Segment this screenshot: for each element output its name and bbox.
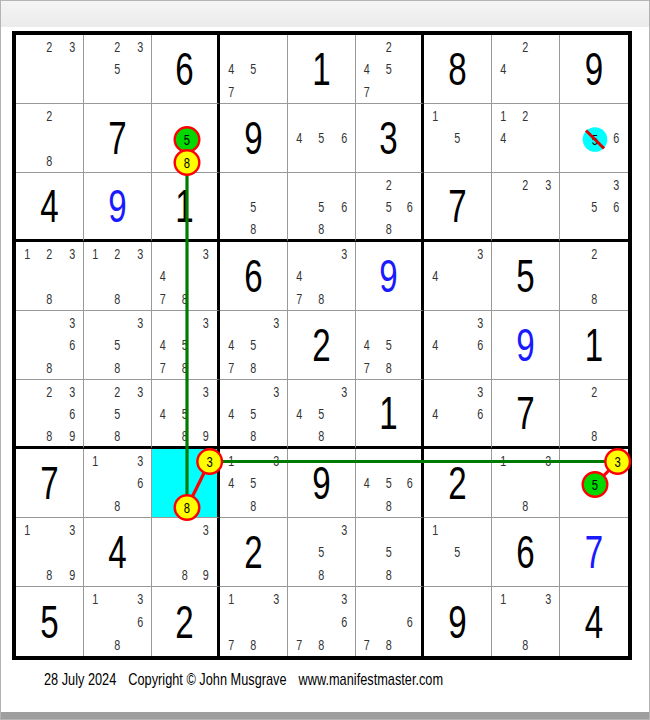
cell-r3c9[interactable]: 356 xyxy=(560,173,628,242)
cell-r7c3[interactable]: 38 xyxy=(152,449,220,518)
given-digit: 4 xyxy=(570,587,619,656)
candidate-digit: 8 xyxy=(177,149,193,172)
candidate-digit: 3 xyxy=(609,173,625,195)
cell-r4c5[interactable]: 3478 xyxy=(288,242,356,311)
cell-r2c4[interactable]: 9 xyxy=(220,104,288,173)
candidate-digit: 8 xyxy=(109,287,125,310)
given-digit: 2 xyxy=(229,518,277,586)
candidate-digit: 3 xyxy=(268,380,284,402)
candidate-digit: 2 xyxy=(109,380,125,402)
candidate-digit: 6 xyxy=(64,402,80,424)
candidates: 1238 xyxy=(16,242,83,310)
given-digit: 4 xyxy=(25,173,73,239)
cell-r4c4[interactable]: 6 xyxy=(220,242,288,311)
cell-r5c8[interactable]: 9 xyxy=(492,311,560,380)
candidate-digit: 8 xyxy=(313,633,329,656)
candidate-digit: 5 xyxy=(245,195,261,217)
given-digit: 8 xyxy=(433,35,481,103)
candidate-digit: 3 xyxy=(540,173,556,195)
candidates: 346 xyxy=(424,380,491,446)
candidates: 56 xyxy=(560,104,628,172)
cell-r6c9[interactable]: 28 xyxy=(560,380,628,449)
given-digit: 6 xyxy=(161,35,208,103)
cell-r5c7[interactable]: 346 xyxy=(424,311,492,380)
candidate-digit: 8 xyxy=(381,563,397,586)
candidate-digit: 4 xyxy=(427,334,443,357)
bottom-scrollbar[interactable] xyxy=(1,712,649,719)
cell-r7c4[interactable]: 13458 xyxy=(220,449,288,518)
candidate-digit: 5 xyxy=(381,334,397,357)
candidate-digit: 8 xyxy=(109,356,125,379)
cell-r6c5[interactable]: 3458 xyxy=(288,380,356,449)
cell-r6c8[interactable]: 7 xyxy=(492,380,560,449)
candidate-digit: 7 xyxy=(223,356,239,379)
cell-r4c3[interactable]: 3478 xyxy=(152,242,220,311)
solved-digit: 9 xyxy=(93,173,141,239)
candidate-digit: 7 xyxy=(155,356,171,379)
sudoku-app-window: 2323564571245782492875894563151245649158… xyxy=(0,0,650,720)
candidate-digit: 5 xyxy=(586,127,602,150)
candidate-digit: 7 xyxy=(155,287,171,310)
candidate-digit: 3 xyxy=(64,242,80,265)
candidates: 568 xyxy=(288,173,355,239)
cell-r3c3[interactable]: 1 xyxy=(152,173,220,242)
footer-copyright: Copyright © John Musgrave xyxy=(128,670,286,690)
candidate-digit: 1 xyxy=(87,242,103,265)
given-digit: 2 xyxy=(161,587,208,656)
cell-r2c7[interactable]: 15 xyxy=(424,104,492,173)
candidate-digit: 8 xyxy=(381,356,397,379)
candidates: 356 xyxy=(560,173,628,239)
candidates: 138 xyxy=(492,449,559,517)
candidate-digit: 1 xyxy=(19,242,35,265)
candidate-digit: 6 xyxy=(336,127,352,150)
cell-r4c8[interactable]: 5 xyxy=(492,242,560,311)
cell-r1c9[interactable]: 9 xyxy=(560,35,628,104)
candidate-digit: 6 xyxy=(132,610,148,633)
candidate-digit: 3 xyxy=(64,35,80,58)
cell-r3c5[interactable]: 568 xyxy=(288,173,356,242)
candidate-digit: 1 xyxy=(495,449,511,472)
candidate-digit: 5 xyxy=(381,472,397,495)
cell-r2c6[interactable]: 3 xyxy=(356,104,424,173)
cell-r9c4[interactable]: 1378 xyxy=(220,587,288,656)
candidate-digit: 6 xyxy=(336,195,352,217)
candidate-digit: 3 xyxy=(198,311,214,334)
candidates: 2457 xyxy=(356,35,421,103)
candidate-digit: 9 xyxy=(64,563,80,586)
candidates: 1368 xyxy=(84,587,151,656)
candidate-digit: 6 xyxy=(64,334,80,357)
cell-r8c4[interactable]: 2 xyxy=(220,518,288,587)
cell-r5c1[interactable]: 368 xyxy=(16,311,84,380)
sudoku-board[interactable]: 2323564571245782492875894563151245649158… xyxy=(12,31,632,660)
cell-r6c6[interactable]: 1 xyxy=(356,380,424,449)
given-digit: 7 xyxy=(433,173,481,239)
candidates: 28 xyxy=(560,380,628,446)
candidate-digit: 2 xyxy=(41,104,57,127)
given-digit: 9 xyxy=(570,35,619,103)
candidate-digit: 8 xyxy=(381,633,397,656)
candidate-digit: 3 xyxy=(268,311,284,334)
cell-r3c6[interactable]: 2568 xyxy=(356,173,424,242)
candidate-digit: 5 xyxy=(109,402,125,424)
given-digit: 3 xyxy=(365,104,412,172)
candidate-digit: 3 xyxy=(609,449,625,472)
candidate-digit: 8 xyxy=(517,494,533,517)
cell-r7c2[interactable]: 1368 xyxy=(84,449,152,518)
candidates: 1238 xyxy=(84,242,151,310)
candidate-digit: 8 xyxy=(586,287,602,310)
candidate-digit: 4 xyxy=(359,472,375,495)
cell-r5c2[interactable]: 358 xyxy=(84,311,152,380)
cell-r8c1[interactable]: 1389 xyxy=(16,518,84,587)
cell-r7c1[interactable]: 7 xyxy=(16,449,84,518)
candidate-digit: 4 xyxy=(223,472,239,495)
cell-r8c8[interactable]: 6 xyxy=(492,518,560,587)
candidates: 4578 xyxy=(356,311,421,379)
candidate-digit: 9 xyxy=(64,424,80,446)
candidate-digit: 5 xyxy=(245,58,261,81)
cell-r4c9[interactable]: 28 xyxy=(560,242,628,311)
candidate-digit: 2 xyxy=(517,104,533,127)
given-digit: 7 xyxy=(501,380,549,446)
candidate-digit: 8 xyxy=(381,494,397,517)
candidate-digit: 8 xyxy=(177,494,193,517)
candidate-digit: 8 xyxy=(313,287,329,310)
cell-r9c6[interactable]: 678 xyxy=(356,587,424,656)
candidate-digit: 3 xyxy=(336,587,352,610)
candidate-digit: 4 xyxy=(291,265,307,288)
candidate-digit: 8 xyxy=(313,563,329,586)
candidate-digit: 7 xyxy=(223,633,239,656)
cell-r1c7[interactable]: 8 xyxy=(424,35,492,104)
candidate-digit: 3 xyxy=(268,449,284,472)
candidate-digit: 6 xyxy=(402,472,418,495)
candidate-digit: 3 xyxy=(336,242,352,265)
cell-r6c4[interactable]: 3458 xyxy=(220,380,288,449)
cell-r8c5[interactable]: 358 xyxy=(288,518,356,587)
candidate-digit: 3 xyxy=(132,449,148,472)
candidate-digit: 7 xyxy=(359,356,375,379)
cell-r7c7[interactable]: 2 xyxy=(424,449,492,518)
candidates: 58 xyxy=(356,518,421,586)
given-digit: 7 xyxy=(25,449,73,517)
candidate-digit: 2 xyxy=(41,380,57,402)
candidate-digit: 5 xyxy=(245,334,261,357)
candidate-digit: 3 xyxy=(132,380,148,402)
candidates: 1368 xyxy=(84,449,151,517)
cell-r6c1[interactable]: 23689 xyxy=(16,380,84,449)
candidates: 24 xyxy=(492,35,559,103)
cell-r3c2[interactable]: 9 xyxy=(84,173,152,242)
cell-r7c9[interactable]: 35 xyxy=(560,449,628,518)
candidate-digit: 4 xyxy=(291,402,307,424)
candidate-digit: 1 xyxy=(427,518,443,541)
candidate-digit: 6 xyxy=(132,472,148,495)
candidate-digit: 2 xyxy=(381,173,397,195)
candidates: 28 xyxy=(16,104,83,172)
candidate-digit: 1 xyxy=(495,104,511,127)
candidate-digit: 5 xyxy=(313,402,329,424)
candidate-digit: 8 xyxy=(109,494,125,517)
candidate-digit: 6 xyxy=(472,402,488,424)
candidate-digit: 4 xyxy=(223,402,239,424)
candidate-digit: 3 xyxy=(132,587,148,610)
candidate-digit: 3 xyxy=(336,518,352,541)
cell-r2c9[interactable]: 56 xyxy=(560,104,628,173)
candidate-digit: 8 xyxy=(313,424,329,446)
cell-r4c7[interactable]: 34 xyxy=(424,242,492,311)
candidates: 3478 xyxy=(152,242,217,310)
given-digit: 6 xyxy=(229,242,277,310)
cell-r3c1[interactable]: 4 xyxy=(16,173,84,242)
footer: 28 July 2024 Copyright © John Musgrave w… xyxy=(44,670,443,690)
candidates: 23689 xyxy=(16,380,83,446)
cell-r5c6[interactable]: 4578 xyxy=(356,311,424,380)
cell-r2c3[interactable]: 58 xyxy=(152,104,220,173)
candidate-digit: 2 xyxy=(109,35,125,58)
candidates: 678 xyxy=(356,587,421,656)
candidate-digit: 9 xyxy=(198,424,214,446)
cell-r6c7[interactable]: 346 xyxy=(424,380,492,449)
candidate-digit: 2 xyxy=(586,242,602,265)
candidate-digit: 6 xyxy=(402,610,418,633)
candidate-digit: 8 xyxy=(245,494,261,517)
candidate-digit: 1 xyxy=(223,587,239,610)
cell-r8c7[interactable]: 15 xyxy=(424,518,492,587)
candidate-digit: 6 xyxy=(609,127,625,150)
candidate-digit: 8 xyxy=(245,356,261,379)
cell-r7c6[interactable]: 4568 xyxy=(356,449,424,518)
candidates: 34578 xyxy=(152,311,217,379)
footer-date: 28 July 2024 xyxy=(44,670,116,690)
candidate-digit: 1 xyxy=(19,518,35,541)
candidate-digit: 8 xyxy=(41,356,57,379)
candidate-digit: 2 xyxy=(41,35,57,58)
candidate-digit: 2 xyxy=(109,242,125,265)
cell-r5c4[interactable]: 34578 xyxy=(220,311,288,380)
candidate-digit: 3 xyxy=(540,587,556,610)
cell-r5c3[interactable]: 34578 xyxy=(152,311,220,380)
cell-r1c1[interactable]: 23 xyxy=(16,35,84,104)
candidate-digit: 5 xyxy=(109,334,125,357)
candidates: 124 xyxy=(492,104,559,172)
candidates: 138 xyxy=(492,587,559,656)
candidates: 23 xyxy=(16,35,83,103)
candidate-digit: 4 xyxy=(427,402,443,424)
candidates: 13458 xyxy=(220,449,287,517)
cell-r7c5[interactable]: 9 xyxy=(288,449,356,518)
candidates: 58 xyxy=(152,104,217,172)
cell-r4c2[interactable]: 1238 xyxy=(84,242,152,311)
candidates: 2568 xyxy=(356,173,421,239)
cell-r1c6[interactable]: 2457 xyxy=(356,35,424,104)
cell-r1c8[interactable]: 24 xyxy=(492,35,560,104)
candidates: 389 xyxy=(152,518,217,586)
cell-r8c3[interactable]: 389 xyxy=(152,518,220,587)
given-digit: 1 xyxy=(297,35,345,103)
candidates: 15 xyxy=(424,518,491,586)
candidate-digit: 3 xyxy=(64,518,80,541)
candidate-digit: 5 xyxy=(177,334,193,357)
candidate-digit: 4 xyxy=(155,402,171,424)
candidate-digit: 3 xyxy=(64,380,80,402)
candidate-digit: 3 xyxy=(472,242,488,265)
cell-r8c6[interactable]: 58 xyxy=(356,518,424,587)
top-band xyxy=(1,1,649,27)
cell-r9c9[interactable]: 4 xyxy=(560,587,628,656)
candidates: 456 xyxy=(288,104,355,172)
candidate-digit: 8 xyxy=(245,633,261,656)
candidate-digit: 2 xyxy=(517,35,533,58)
candidate-digit: 8 xyxy=(381,217,397,239)
given-digit: 1 xyxy=(570,311,619,379)
candidates: 1389 xyxy=(16,518,83,586)
candidate-digit: 5 xyxy=(586,472,602,495)
given-digit: 4 xyxy=(93,518,141,586)
candidate-digit: 5 xyxy=(245,402,261,424)
given-digit: 2 xyxy=(297,311,345,379)
cell-r8c2[interactable]: 4 xyxy=(84,518,152,587)
candidate-digit: 5 xyxy=(109,58,125,81)
cell-r1c5[interactable]: 1 xyxy=(288,35,356,104)
cell-r3c7[interactable]: 7 xyxy=(424,173,492,242)
cell-r3c4[interactable]: 58 xyxy=(220,173,288,242)
candidate-digit: 1 xyxy=(87,449,103,472)
candidate-digit: 3 xyxy=(198,518,214,541)
cell-r9c3[interactable]: 2 xyxy=(152,587,220,656)
cell-r9c8[interactable]: 138 xyxy=(492,587,560,656)
candidate-digit: 8 xyxy=(41,287,57,310)
candidate-digit: 4 xyxy=(155,265,171,288)
given-digit: 9 xyxy=(229,104,277,172)
candidate-digit: 8 xyxy=(517,633,533,656)
given-digit: 7 xyxy=(93,104,141,172)
candidate-digit: 4 xyxy=(359,334,375,357)
candidates: 58 xyxy=(220,173,287,239)
cell-r6c2[interactable]: 2358 xyxy=(84,380,152,449)
cell-r2c5[interactable]: 456 xyxy=(288,104,356,173)
candidate-digit: 3 xyxy=(540,449,556,472)
candidate-digit: 7 xyxy=(359,80,375,103)
cell-r2c2[interactable]: 7 xyxy=(84,104,152,173)
cell-r9c1[interactable]: 5 xyxy=(16,587,84,656)
candidate-digit: 8 xyxy=(41,563,57,586)
candidate-digit: 8 xyxy=(41,424,57,446)
candidate-digit: 4 xyxy=(495,127,511,150)
candidate-digit: 6 xyxy=(609,195,625,217)
candidates: 3458 xyxy=(220,380,287,446)
candidate-digit: 2 xyxy=(381,35,397,58)
candidate-digit: 6 xyxy=(336,610,352,633)
cell-r3c8[interactable]: 23 xyxy=(492,173,560,242)
candidate-digit: 9 xyxy=(198,563,214,586)
cell-r1c4[interactable]: 457 xyxy=(220,35,288,104)
candidate-digit: 5 xyxy=(586,195,602,217)
candidate-digit: 8 xyxy=(177,356,193,379)
candidate-digit: 4 xyxy=(359,58,375,81)
candidates: 346 xyxy=(424,311,491,379)
footer-website-link[interactable]: www.manifestmaster.com xyxy=(299,670,444,690)
cell-r7c8[interactable]: 138 xyxy=(492,449,560,518)
candidate-digit: 3 xyxy=(64,311,80,334)
cell-r1c2[interactable]: 235 xyxy=(84,35,152,104)
candidates: 358 xyxy=(288,518,355,586)
candidate-digit: 2 xyxy=(517,173,533,195)
candidates: 2358 xyxy=(84,380,151,446)
candidate-digit: 5 xyxy=(381,195,397,217)
candidate-digit: 3 xyxy=(132,311,148,334)
candidate-digit: 7 xyxy=(359,633,375,656)
candidates: 358 xyxy=(84,311,151,379)
given-digit: 1 xyxy=(161,173,208,239)
candidates: 3478 xyxy=(288,242,355,310)
cell-r5c9[interactable]: 1 xyxy=(560,311,628,380)
solved-digit: 9 xyxy=(365,242,412,310)
candidate-digit: 3 xyxy=(132,242,148,265)
candidate-digit: 3 xyxy=(198,449,214,472)
cell-r5c5[interactable]: 2 xyxy=(288,311,356,380)
cell-r1c3[interactable]: 6 xyxy=(152,35,220,104)
candidate-digit: 8 xyxy=(313,217,329,239)
given-digit: 1 xyxy=(365,380,412,446)
candidate-digit: 5 xyxy=(177,402,193,424)
cell-r2c8[interactable]: 124 xyxy=(492,104,560,173)
solved-digit: 7 xyxy=(570,518,619,586)
cell-r9c2[interactable]: 1368 xyxy=(84,587,152,656)
cell-r4c1[interactable]: 1238 xyxy=(16,242,84,311)
candidate-digit: 1 xyxy=(495,587,511,610)
candidate-digit: 3 xyxy=(472,380,488,402)
candidates: 34589 xyxy=(152,380,217,446)
solved-digit: 9 xyxy=(501,311,549,379)
cell-r9c7[interactable]: 9 xyxy=(424,587,492,656)
given-digit: 9 xyxy=(433,587,481,656)
cell-r9c5[interactable]: 3678 xyxy=(288,587,356,656)
candidate-digit: 8 xyxy=(109,424,125,446)
candidate-digit: 8 xyxy=(109,633,125,656)
candidate-digit: 7 xyxy=(223,80,239,103)
candidate-digit: 4 xyxy=(495,58,511,81)
candidate-digit: 5 xyxy=(313,541,329,564)
candidate-digit: 5 xyxy=(313,127,329,150)
candidate-digit: 6 xyxy=(472,334,488,357)
candidates: 4568 xyxy=(356,449,421,517)
candidate-digit: 6 xyxy=(402,195,418,217)
candidates: 3458 xyxy=(288,380,355,446)
candidate-digit: 8 xyxy=(245,217,261,239)
candidate-digit: 5 xyxy=(381,541,397,564)
candidates: 28 xyxy=(560,242,628,310)
candidate-digit: 5 xyxy=(449,127,465,150)
cell-r4c6[interactable]: 9 xyxy=(356,242,424,311)
candidate-digit: 5 xyxy=(245,472,261,495)
candidate-digit: 1 xyxy=(87,587,103,610)
cell-r2c1[interactable]: 28 xyxy=(16,104,84,173)
cell-r8c9[interactable]: 7 xyxy=(560,518,628,587)
candidate-digit: 5 xyxy=(313,195,329,217)
candidate-digit: 2 xyxy=(586,380,602,402)
candidate-digit: 4 xyxy=(223,58,239,81)
given-digit: 5 xyxy=(501,242,549,310)
candidate-digit: 3 xyxy=(268,587,284,610)
candidates: 1378 xyxy=(220,587,287,656)
candidates: 457 xyxy=(220,35,287,103)
candidate-digit: 1 xyxy=(223,449,239,472)
candidate-digit: 8 xyxy=(41,149,57,172)
cell-r6c3[interactable]: 34589 xyxy=(152,380,220,449)
